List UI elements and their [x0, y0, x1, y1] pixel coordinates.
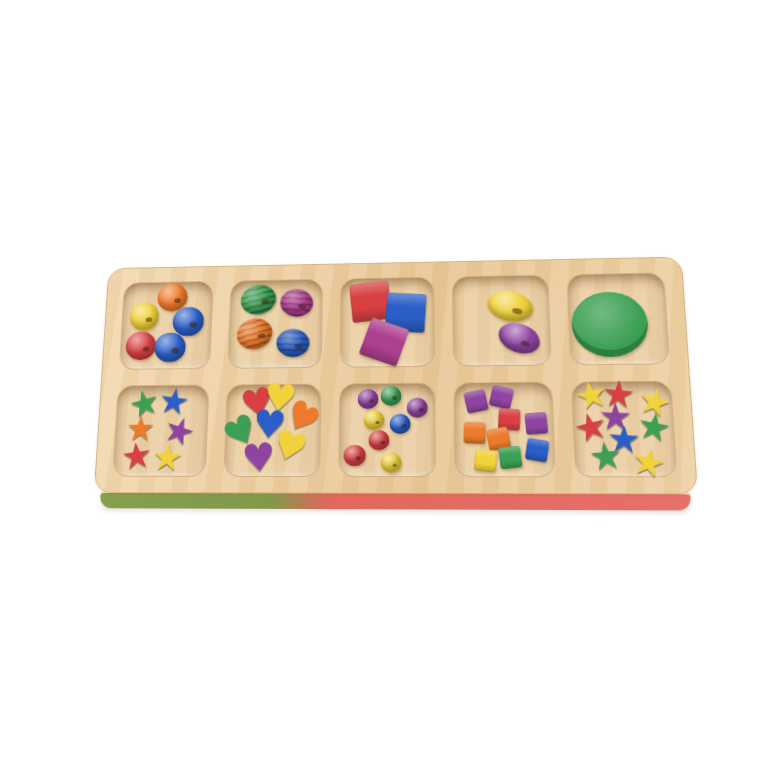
pit-top-4[interactable] — [453, 276, 550, 366]
piece-bead-yellow[interactable] — [129, 303, 160, 332]
piece-cube-orange[interactable] — [464, 422, 486, 444]
piece-bead-red[interactable] — [369, 430, 390, 450]
piece-cube-yellow[interactable] — [473, 449, 496, 473]
piece-star-yellow[interactable]: ★ — [149, 439, 184, 477]
pit-bottom-2[interactable]: ♥♥♥♥♥♥♥ — [225, 385, 320, 476]
pit-bottom-1[interactable]: ★★★★★★ — [113, 385, 209, 475]
piece-bead-red[interactable] — [343, 445, 365, 466]
piece-cube-purple[interactable] — [525, 412, 549, 435]
piece-star-green[interactable]: ★ — [586, 436, 626, 477]
piece-beehive-magenta[interactable] — [279, 287, 316, 318]
piece-bead-blue[interactable] — [154, 333, 187, 363]
pit-top-3[interactable] — [340, 278, 434, 367]
piece-egg-purple[interactable] — [494, 317, 544, 359]
piece-cube-green[interactable] — [498, 445, 523, 469]
piece-egg-yellow[interactable] — [484, 286, 536, 325]
product-photo-stage: ★★★★★★ ♥♥♥♥♥♥♥ ★★★★★★★★★ — [0, 0, 768, 768]
piece-heart-purple[interactable]: ♥ — [241, 437, 277, 479]
pit-top-1[interactable] — [120, 282, 213, 369]
piece-bead-green[interactable] — [380, 386, 401, 406]
piece-bead-yellow[interactable] — [363, 410, 384, 430]
piece-beehive-orange[interactable] — [234, 315, 275, 353]
pit-bottom-4[interactable] — [455, 383, 555, 477]
piece-beehive-blue[interactable] — [275, 327, 311, 358]
piece-star-red[interactable]: ★ — [119, 436, 153, 476]
piece-bead-purple[interactable] — [358, 389, 379, 409]
piece-bead-red[interactable] — [125, 332, 157, 361]
pit-bottom-3[interactable] — [339, 384, 435, 476]
piece-disc-green[interactable] — [570, 291, 649, 357]
piece-cube-blue[interactable] — [524, 437, 549, 462]
pit-top-2[interactable] — [229, 280, 322, 368]
sorting-board: ★★★★★★ ♥♥♥♥♥♥♥ ★★★★★★★★★ — [93, 257, 699, 511]
piece-bead-blue[interactable] — [390, 414, 411, 434]
board-top-surface: ★★★★★★ ♥♥♥♥♥♥♥ ★★★★★★★★★ — [94, 257, 698, 495]
piece-bead-yellow[interactable] — [380, 453, 401, 474]
piece-star-yellow[interactable]: ★ — [627, 440, 668, 485]
piece-cube-purple[interactable] — [488, 384, 514, 410]
piece-bead-blue[interactable] — [172, 307, 205, 337]
piece-cube-purple[interactable] — [463, 389, 489, 414]
piece-beehive-green[interactable] — [239, 282, 278, 317]
pit-top-5[interactable] — [567, 273, 669, 364]
pit-bottom-5[interactable]: ★★★★★★★★★ — [572, 382, 677, 477]
piece-bead-purple[interactable] — [407, 397, 428, 417]
